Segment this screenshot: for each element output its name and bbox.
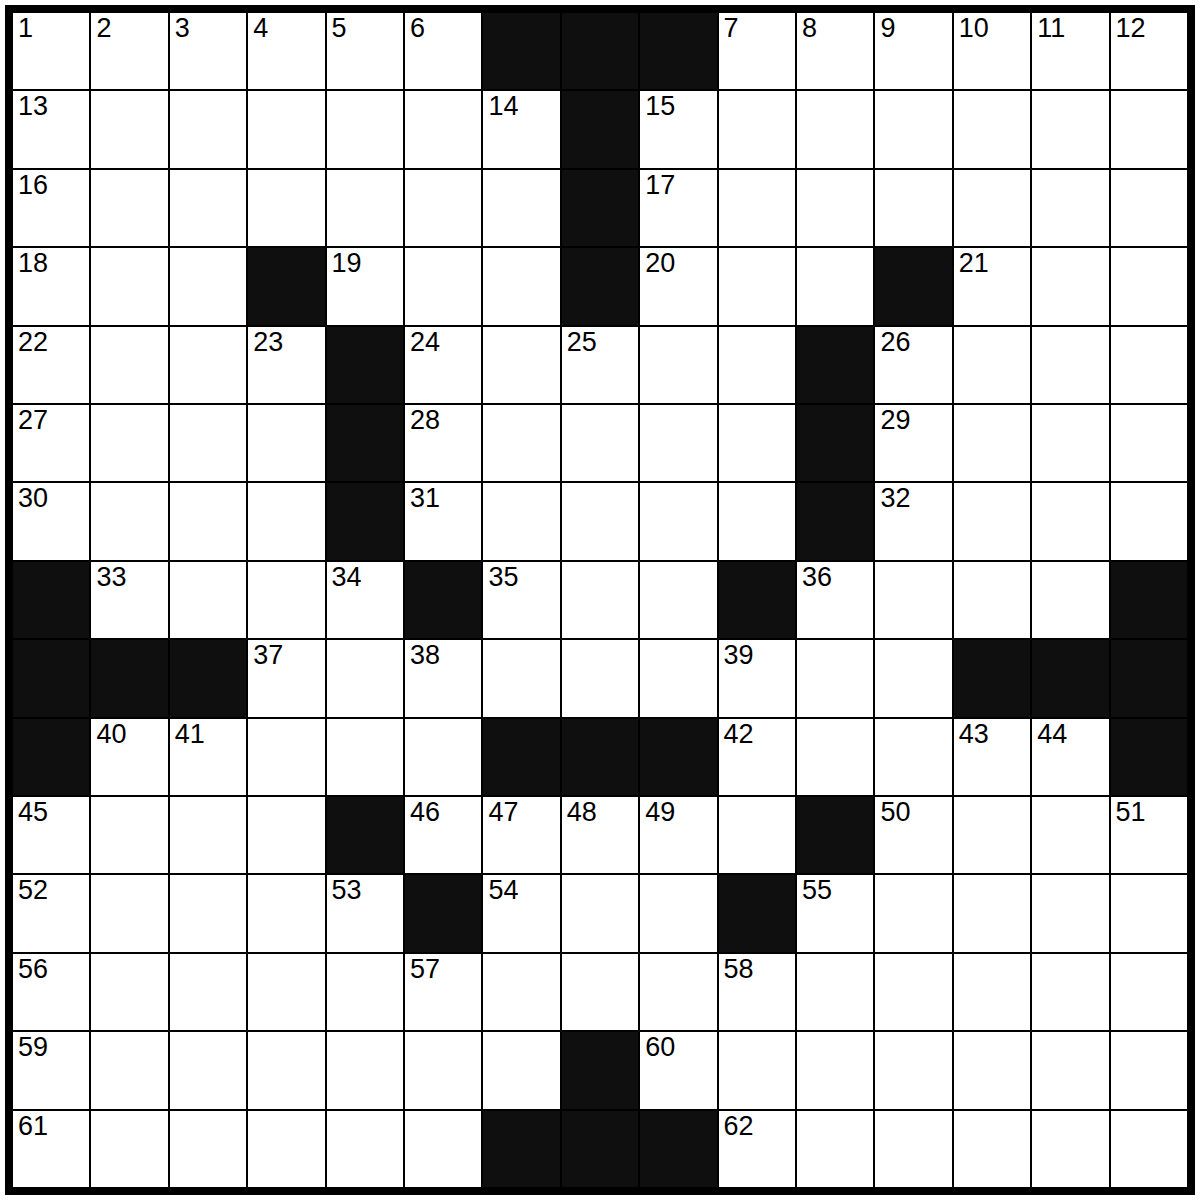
white-cell[interactable]	[639, 561, 717, 639]
white-cell[interactable]	[639, 326, 717, 404]
white-cell[interactable]	[1110, 247, 1188, 325]
black-cell	[482, 718, 560, 796]
clue-number: 44	[1037, 720, 1067, 748]
white-cell[interactable]	[561, 953, 639, 1031]
clue-number: 21	[959, 249, 989, 277]
clue-number: 62	[724, 1112, 754, 1140]
black-cell	[718, 561, 796, 639]
white-cell[interactable]	[796, 953, 874, 1031]
clue-number: 58	[724, 955, 754, 983]
white-cell[interactable]	[639, 953, 717, 1031]
clue-number: 4	[253, 14, 268, 42]
clue-number: 49	[645, 798, 675, 826]
white-cell[interactable]	[1031, 247, 1109, 325]
black-cell	[90, 639, 168, 717]
white-cell[interactable]	[718, 1031, 796, 1109]
white-cell[interactable]	[169, 247, 247, 325]
clue-number: 8	[802, 14, 817, 42]
white-cell[interactable]: 24	[404, 326, 482, 404]
clue-number: 17	[645, 171, 675, 199]
black-cell	[874, 247, 952, 325]
white-cell[interactable]	[718, 326, 796, 404]
white-cell[interactable]	[874, 953, 952, 1031]
white-cell[interactable]	[953, 326, 1031, 404]
white-cell[interactable]	[561, 482, 639, 560]
white-cell[interactable]	[874, 1110, 952, 1188]
black-cell	[561, 12, 639, 90]
white-cell[interactable]	[169, 90, 247, 168]
white-cell[interactable]	[953, 404, 1031, 482]
white-cell[interactable]: 14	[482, 90, 560, 168]
white-cell[interactable]: 10	[953, 12, 1031, 90]
clue-number: 43	[959, 720, 989, 748]
white-cell[interactable]	[953, 1031, 1031, 1109]
white-cell[interactable]	[874, 718, 952, 796]
white-cell[interactable]: 60	[639, 1031, 717, 1109]
white-cell[interactable]	[1110, 404, 1188, 482]
clue-number: 48	[567, 798, 597, 826]
white-cell[interactable]: 8	[796, 12, 874, 90]
white-cell[interactable]: 39	[718, 639, 796, 717]
white-cell[interactable]: 54	[482, 874, 560, 952]
white-cell[interactable]	[874, 561, 952, 639]
clue-number: 42	[724, 720, 754, 748]
white-cell[interactable]	[1031, 404, 1109, 482]
white-cell[interactable]: 31	[404, 482, 482, 560]
white-cell[interactable]	[247, 796, 325, 874]
white-cell[interactable]: 50	[874, 796, 952, 874]
clue-number: 26	[880, 328, 910, 356]
black-cell	[561, 169, 639, 247]
black-cell	[404, 561, 482, 639]
white-cell[interactable]	[1031, 796, 1109, 874]
white-cell[interactable]	[796, 639, 874, 717]
white-cell[interactable]	[404, 247, 482, 325]
white-cell[interactable]	[326, 1110, 404, 1188]
clue-number: 25	[567, 328, 597, 356]
clue-number: 54	[488, 876, 518, 904]
white-cell[interactable]	[90, 404, 168, 482]
white-cell[interactable]	[90, 247, 168, 325]
white-cell[interactable]	[247, 1110, 325, 1188]
white-cell[interactable]	[561, 874, 639, 952]
black-cell	[1110, 639, 1188, 717]
white-cell[interactable]	[874, 639, 952, 717]
clue-number: 32	[880, 484, 910, 512]
white-cell[interactable]: 22	[12, 326, 90, 404]
black-cell	[12, 718, 90, 796]
white-cell[interactable]	[482, 639, 560, 717]
clue-number: 33	[96, 563, 126, 591]
white-cell[interactable]	[1110, 1110, 1188, 1188]
clue-number: 15	[645, 92, 675, 120]
white-cell[interactable]: 33	[90, 561, 168, 639]
clue-number: 41	[175, 720, 205, 748]
black-cell	[561, 90, 639, 168]
white-cell[interactable]: 1	[12, 12, 90, 90]
white-cell[interactable]	[874, 874, 952, 952]
black-cell	[12, 561, 90, 639]
clue-number: 50	[880, 798, 910, 826]
white-cell[interactable]	[796, 1110, 874, 1188]
black-cell	[953, 639, 1031, 717]
clue-number: 52	[18, 876, 48, 904]
clue-number: 19	[332, 249, 362, 277]
clue-number: 60	[645, 1033, 675, 1061]
white-cell[interactable]	[404, 1110, 482, 1188]
white-cell[interactable]	[874, 1031, 952, 1109]
white-cell[interactable]	[639, 874, 717, 952]
white-cell[interactable]	[247, 874, 325, 952]
white-cell[interactable]: 23	[247, 326, 325, 404]
clue-number: 27	[18, 406, 48, 434]
white-cell[interactable]	[326, 639, 404, 717]
white-cell[interactable]	[326, 169, 404, 247]
white-cell[interactable]: 53	[326, 874, 404, 952]
crossword-grid: 1234567891011121314151617181920212223242…	[5, 5, 1195, 1195]
clue-number: 10	[959, 14, 989, 42]
white-cell[interactable]	[718, 796, 796, 874]
white-cell[interactable]	[561, 404, 639, 482]
clue-number: 3	[175, 14, 190, 42]
black-cell	[12, 639, 90, 717]
white-cell[interactable]	[953, 90, 1031, 168]
white-cell[interactable]: 27	[12, 404, 90, 482]
black-cell	[561, 1031, 639, 1109]
white-cell[interactable]	[90, 953, 168, 1031]
white-cell[interactable]: 59	[12, 1031, 90, 1109]
clue-number: 56	[18, 955, 48, 983]
white-cell[interactable]	[247, 953, 325, 1031]
white-cell[interactable]	[874, 169, 952, 247]
white-cell[interactable]	[1110, 90, 1188, 168]
white-cell[interactable]	[169, 796, 247, 874]
white-cell[interactable]	[169, 1031, 247, 1109]
white-cell[interactable]	[404, 90, 482, 168]
white-cell[interactable]: 57	[404, 953, 482, 1031]
black-cell	[796, 404, 874, 482]
white-cell[interactable]	[639, 482, 717, 560]
white-cell[interactable]	[718, 482, 796, 560]
white-cell[interactable]	[326, 90, 404, 168]
white-cell[interactable]	[1110, 482, 1188, 560]
white-cell[interactable]	[953, 482, 1031, 560]
white-cell[interactable]	[953, 874, 1031, 952]
clue-number: 23	[253, 328, 283, 356]
black-cell	[326, 326, 404, 404]
black-cell	[561, 1110, 639, 1188]
white-cell[interactable]: 21	[953, 247, 1031, 325]
white-cell[interactable]: 40	[90, 718, 168, 796]
black-cell	[796, 796, 874, 874]
white-cell[interactable]	[169, 169, 247, 247]
white-cell[interactable]: 55	[796, 874, 874, 952]
clue-number: 59	[18, 1033, 48, 1061]
clue-number: 39	[724, 641, 754, 669]
white-cell[interactable]	[247, 169, 325, 247]
white-cell[interactable]: 16	[12, 169, 90, 247]
white-cell[interactable]: 41	[169, 718, 247, 796]
white-cell[interactable]	[1031, 482, 1109, 560]
white-cell[interactable]	[561, 639, 639, 717]
black-cell	[482, 1110, 560, 1188]
white-cell[interactable]	[1110, 953, 1188, 1031]
white-cell[interactable]	[796, 718, 874, 796]
clue-number: 38	[410, 641, 440, 669]
clue-number: 24	[410, 328, 440, 356]
white-cell[interactable]	[247, 90, 325, 168]
clue-number: 5	[332, 14, 347, 42]
white-cell[interactable]	[169, 874, 247, 952]
black-cell	[561, 718, 639, 796]
clue-number: 28	[410, 406, 440, 434]
white-cell[interactable]	[718, 404, 796, 482]
white-cell[interactable]: 11	[1031, 12, 1109, 90]
clue-number: 45	[18, 798, 48, 826]
white-cell[interactable]: 5	[326, 12, 404, 90]
white-cell[interactable]	[1031, 561, 1109, 639]
clue-number: 6	[410, 14, 425, 42]
white-cell[interactable]: 58	[718, 953, 796, 1031]
white-cell[interactable]	[169, 482, 247, 560]
white-cell[interactable]: 13	[12, 90, 90, 168]
white-cell[interactable]	[718, 169, 796, 247]
white-cell[interactable]	[1031, 1031, 1109, 1109]
white-cell[interactable]	[796, 247, 874, 325]
white-cell[interactable]	[169, 1110, 247, 1188]
white-cell[interactable]	[1031, 169, 1109, 247]
clue-number: 46	[410, 798, 440, 826]
white-cell[interactable]	[953, 1110, 1031, 1188]
clue-number: 9	[880, 14, 895, 42]
white-cell[interactable]: 3	[169, 12, 247, 90]
white-cell[interactable]	[718, 90, 796, 168]
white-cell[interactable]	[482, 953, 560, 1031]
clue-number: 22	[18, 328, 48, 356]
white-cell[interactable]: 62	[718, 1110, 796, 1188]
white-cell[interactable]	[1110, 874, 1188, 952]
white-cell[interactable]	[247, 561, 325, 639]
clue-number: 7	[724, 14, 739, 42]
white-cell[interactable]: 2	[90, 12, 168, 90]
black-cell	[639, 12, 717, 90]
black-cell	[561, 247, 639, 325]
clue-number: 18	[18, 249, 48, 277]
white-cell[interactable]: 28	[404, 404, 482, 482]
white-cell[interactable]	[169, 404, 247, 482]
white-cell[interactable]	[482, 482, 560, 560]
white-cell[interactable]	[482, 1031, 560, 1109]
white-cell[interactable]	[90, 326, 168, 404]
white-cell[interactable]	[482, 326, 560, 404]
white-cell[interactable]	[404, 169, 482, 247]
black-cell	[326, 482, 404, 560]
white-cell[interactable]	[326, 953, 404, 1031]
black-cell	[1031, 639, 1109, 717]
white-cell[interactable]	[90, 90, 168, 168]
white-cell[interactable]	[326, 718, 404, 796]
white-cell[interactable]: 29	[874, 404, 952, 482]
white-cell[interactable]	[169, 953, 247, 1031]
white-cell[interactable]: 30	[12, 482, 90, 560]
black-cell	[482, 12, 560, 90]
white-cell[interactable]: 34	[326, 561, 404, 639]
white-cell[interactable]	[90, 482, 168, 560]
white-cell[interactable]: 42	[718, 718, 796, 796]
white-cell[interactable]: 38	[404, 639, 482, 717]
white-cell[interactable]: 6	[404, 12, 482, 90]
white-cell[interactable]: 25	[561, 326, 639, 404]
black-cell	[326, 796, 404, 874]
white-cell[interactable]	[404, 1031, 482, 1109]
clue-number: 37	[253, 641, 283, 669]
black-cell	[247, 247, 325, 325]
white-cell[interactable]: 7	[718, 12, 796, 90]
white-cell[interactable]	[90, 1031, 168, 1109]
white-cell[interactable]: 35	[482, 561, 560, 639]
white-cell[interactable]	[561, 561, 639, 639]
black-cell	[639, 1110, 717, 1188]
black-cell	[639, 718, 717, 796]
white-cell[interactable]: 12	[1110, 12, 1188, 90]
white-cell[interactable]	[1110, 169, 1188, 247]
black-cell	[1110, 718, 1188, 796]
white-cell[interactable]	[247, 1031, 325, 1109]
clue-number: 34	[332, 563, 362, 591]
white-cell[interactable]: 15	[639, 90, 717, 168]
white-cell[interactable]: 37	[247, 639, 325, 717]
white-cell[interactable]	[718, 247, 796, 325]
white-cell[interactable]	[247, 482, 325, 560]
clue-number: 53	[332, 876, 362, 904]
white-cell[interactable]: 48	[561, 796, 639, 874]
crossword-puzzle: 1234567891011121314151617181920212223242…	[0, 0, 1200, 1200]
clue-number: 61	[18, 1112, 48, 1140]
white-cell[interactable]: 43	[953, 718, 1031, 796]
white-cell[interactable]	[169, 561, 247, 639]
white-cell[interactable]: 44	[1031, 718, 1109, 796]
white-cell[interactable]	[953, 169, 1031, 247]
white-cell[interactable]: 49	[639, 796, 717, 874]
white-cell[interactable]	[1031, 90, 1109, 168]
clue-number: 30	[18, 484, 48, 512]
black-cell	[718, 874, 796, 952]
white-cell[interactable]	[90, 796, 168, 874]
white-cell[interactable]: 9	[874, 12, 952, 90]
clue-number: 11	[1037, 14, 1065, 42]
white-cell[interactable]	[482, 404, 560, 482]
clue-number: 31	[410, 484, 440, 512]
white-cell[interactable]	[1110, 1031, 1188, 1109]
clue-number: 36	[802, 563, 832, 591]
black-cell	[404, 874, 482, 952]
white-cell[interactable]	[639, 639, 717, 717]
white-cell[interactable]: 18	[12, 247, 90, 325]
white-cell[interactable]	[247, 404, 325, 482]
clue-number: 47	[488, 798, 518, 826]
white-cell[interactable]	[90, 874, 168, 952]
white-cell[interactable]	[1031, 953, 1109, 1031]
white-cell[interactable]	[1031, 1110, 1109, 1188]
white-cell[interactable]: 19	[326, 247, 404, 325]
clue-number: 2	[96, 14, 111, 42]
clue-number: 29	[880, 406, 910, 434]
white-cell[interactable]	[796, 90, 874, 168]
white-cell[interactable]: 26	[874, 326, 952, 404]
white-cell[interactable]: 45	[12, 796, 90, 874]
white-cell[interactable]	[1110, 326, 1188, 404]
clue-number: 35	[488, 563, 518, 591]
clue-number: 40	[96, 720, 126, 748]
white-cell[interactable]	[953, 953, 1031, 1031]
black-cell	[326, 404, 404, 482]
white-cell[interactable]	[482, 169, 560, 247]
white-cell[interactable]: 61	[12, 1110, 90, 1188]
white-cell[interactable]: 56	[12, 953, 90, 1031]
clue-number: 20	[645, 249, 675, 277]
white-cell[interactable]	[482, 247, 560, 325]
clue-number: 12	[1116, 14, 1146, 42]
black-cell	[796, 326, 874, 404]
clue-number: 51	[1116, 798, 1146, 826]
white-cell[interactable]	[247, 718, 325, 796]
white-cell[interactable]	[953, 796, 1031, 874]
clue-number: 16	[18, 171, 48, 199]
white-cell[interactable]	[953, 561, 1031, 639]
clue-number: 13	[18, 92, 48, 120]
black-cell	[1110, 561, 1188, 639]
black-cell	[796, 482, 874, 560]
white-cell[interactable]	[326, 1031, 404, 1109]
white-cell[interactable]: 52	[12, 874, 90, 952]
white-cell[interactable]	[1031, 326, 1109, 404]
clue-number: 57	[410, 955, 440, 983]
white-cell[interactable]: 4	[247, 12, 325, 90]
white-cell[interactable]	[90, 169, 168, 247]
white-cell[interactable]	[169, 326, 247, 404]
white-cell[interactable]: 47	[482, 796, 560, 874]
white-cell[interactable]	[90, 1110, 168, 1188]
white-cell[interactable]	[404, 718, 482, 796]
white-cell[interactable]	[796, 169, 874, 247]
white-cell[interactable]	[1031, 874, 1109, 952]
white-cell[interactable]: 17	[639, 169, 717, 247]
white-cell[interactable]: 36	[796, 561, 874, 639]
white-cell[interactable]	[639, 404, 717, 482]
clue-number: 1	[18, 14, 33, 42]
white-cell[interactable]	[796, 1031, 874, 1109]
white-cell[interactable]: 51	[1110, 796, 1188, 874]
white-cell[interactable]: 32	[874, 482, 952, 560]
white-cell[interactable]: 46	[404, 796, 482, 874]
white-cell[interactable]	[874, 90, 952, 168]
clue-number: 55	[802, 876, 832, 904]
white-cell[interactable]: 20	[639, 247, 717, 325]
clue-number: 14	[488, 92, 518, 120]
black-cell	[169, 639, 247, 717]
